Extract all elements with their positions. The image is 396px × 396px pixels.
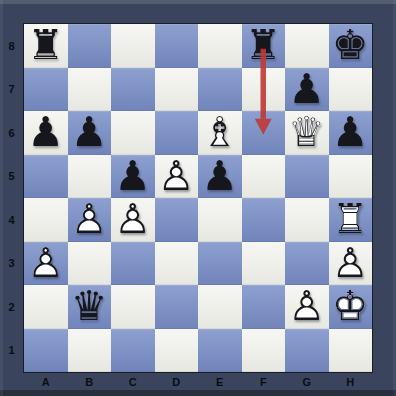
square-c8[interactable] [111,24,155,68]
file-label-h: H [329,373,373,391]
square-d1[interactable] [155,329,199,373]
rank-label-4: 4 [0,198,23,242]
square-a5[interactable] [24,155,68,199]
square-c3[interactable] [111,242,155,286]
piece-outline: ♔ [329,285,372,328]
file-labels: ABCDEFGH [24,373,372,391]
file-label-d: D [155,373,199,391]
square-f1[interactable] [242,329,286,373]
piece-black-rook[interactable]: ♜ [242,24,285,67]
square-b1[interactable] [68,329,112,373]
square-h2[interactable]: ♚♔ [329,285,373,329]
square-e5[interactable]: ♟ [198,155,242,199]
square-c1[interactable] [111,329,155,373]
rank-label-3: 3 [0,242,23,286]
rank-label-2: 2 [0,285,23,329]
piece-black-rook[interactable]: ♜ [24,24,67,67]
piece-white-pawn[interactable]: ♟♙ [24,242,67,285]
square-b3[interactable] [68,242,112,286]
piece-outline: ♙ [24,242,67,285]
piece-white-pawn[interactable]: ♟♙ [68,198,111,241]
square-g4[interactable] [285,198,329,242]
file-label-e: E [198,373,242,391]
rank-label-6: 6 [0,111,23,155]
piece-white-bishop[interactable]: ♝♗ [198,111,241,154]
square-f2[interactable] [242,285,286,329]
piece-black-pawn[interactable]: ♟ [329,111,372,154]
piece-white-pawn[interactable]: ♟♙ [329,242,372,285]
square-b2[interactable]: ♛ [68,285,112,329]
piece-black-pawn[interactable]: ♟ [68,111,111,154]
square-d5[interactable]: ♟♙ [155,155,199,199]
square-f5[interactable] [242,155,286,199]
piece-outline: ♙ [111,198,154,241]
square-b7[interactable] [68,68,112,112]
piece-white-pawn[interactable]: ♟♙ [111,198,154,241]
square-e3[interactable] [198,242,242,286]
board-frame: 87654321 ♜♜♚♟♟♟♝♗♛♕♟♟♟♙♟♟♙♟♙♜♖♟♙♟♙♛♟♙♚♔ … [0,0,396,396]
square-h6[interactable]: ♟ [329,111,373,155]
piece-white-rook[interactable]: ♜♖ [329,198,372,241]
square-h1[interactable] [329,329,373,373]
square-c6[interactable] [111,111,155,155]
piece-outline: ♖ [329,198,372,241]
piece-black-king[interactable]: ♚ [329,24,372,67]
piece-white-pawn[interactable]: ♟♙ [155,155,198,198]
square-b6[interactable]: ♟ [68,111,112,155]
square-a7[interactable] [24,68,68,112]
file-label-g: G [285,373,329,391]
square-g5[interactable] [285,155,329,199]
file-label-a: A [24,373,68,391]
square-f8[interactable]: ♜ [242,24,286,68]
square-e7[interactable] [198,68,242,112]
square-g2[interactable]: ♟♙ [285,285,329,329]
square-e4[interactable] [198,198,242,242]
piece-white-queen[interactable]: ♛♕ [285,111,328,154]
square-b8[interactable] [68,24,112,68]
piece-black-queen[interactable]: ♛ [68,285,111,328]
square-g8[interactable] [285,24,329,68]
square-e8[interactable] [198,24,242,68]
piece-white-pawn[interactable]: ♟♙ [285,285,328,328]
piece-outline: ♙ [68,198,111,241]
square-d6[interactable] [155,111,199,155]
square-a2[interactable] [24,285,68,329]
square-g3[interactable] [285,242,329,286]
square-d7[interactable] [155,68,199,112]
piece-outline: ♕ [285,111,328,154]
square-d4[interactable] [155,198,199,242]
square-a4[interactable] [24,198,68,242]
square-c2[interactable] [111,285,155,329]
square-h4[interactable]: ♜♖ [329,198,373,242]
square-b5[interactable] [68,155,112,199]
square-e2[interactable] [198,285,242,329]
square-h8[interactable]: ♚ [329,24,373,68]
square-g7[interactable]: ♟ [285,68,329,112]
square-h3[interactable]: ♟♙ [329,242,373,286]
square-c5[interactable]: ♟ [111,155,155,199]
square-f4[interactable] [242,198,286,242]
square-f3[interactable] [242,242,286,286]
square-d8[interactable] [155,24,199,68]
square-h5[interactable] [329,155,373,199]
square-f6[interactable] [242,111,286,155]
rank-label-5: 5 [0,155,23,199]
piece-outline: ♗ [198,111,241,154]
square-g6[interactable]: ♛♕ [285,111,329,155]
piece-white-king[interactable]: ♚♔ [329,285,372,328]
rank-label-1: 1 [0,329,23,373]
file-label-b: B [68,373,112,391]
piece-black-pawn[interactable]: ♟ [285,68,328,111]
square-d3[interactable] [155,242,199,286]
square-c4[interactable]: ♟♙ [111,198,155,242]
square-f7[interactable] [242,68,286,112]
square-d2[interactable] [155,285,199,329]
board-border: ♜♜♚♟♟♟♝♗♛♕♟♟♟♙♟♟♙♟♙♜♖♟♙♟♙♛♟♙♚♔ [23,23,373,373]
rank-label-7: 7 [0,68,23,112]
piece-black-pawn[interactable]: ♟ [111,155,154,198]
square-e6[interactable]: ♝♗ [198,111,242,155]
file-label-f: F [242,373,286,391]
file-label-c: C [111,373,155,391]
square-a8[interactable]: ♜ [24,24,68,68]
square-a3[interactable]: ♟♙ [24,242,68,286]
piece-black-pawn[interactable]: ♟ [198,155,241,198]
rank-labels: 87654321 [0,24,23,372]
square-a6[interactable]: ♟ [24,111,68,155]
piece-outline: ♙ [285,285,328,328]
chess-board: ♜♜♚♟♟♟♝♗♛♕♟♟♟♙♟♟♙♟♙♜♖♟♙♟♙♛♟♙♚♔ [24,24,372,372]
piece-outline: ♙ [155,155,198,198]
square-e1[interactable] [198,329,242,373]
square-b4[interactable]: ♟♙ [68,198,112,242]
square-c7[interactable] [111,68,155,112]
piece-black-pawn[interactable]: ♟ [24,111,67,154]
square-h7[interactable] [329,68,373,112]
rank-label-8: 8 [0,24,23,68]
square-g1[interactable] [285,329,329,373]
piece-outline: ♙ [329,242,372,285]
square-a1[interactable] [24,329,68,373]
